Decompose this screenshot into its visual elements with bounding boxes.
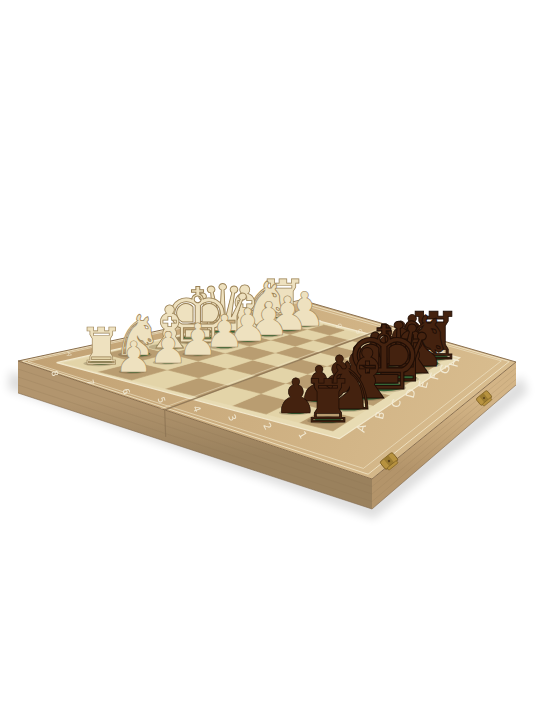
piece-white-pawn-a7: ♟ — [115, 332, 153, 382]
svg-text:♟: ♟ — [115, 332, 153, 382]
piece-black-rook-a1: ♜ — [301, 367, 354, 436]
svg-text:♜: ♜ — [301, 367, 354, 436]
svg-text:♟: ♟ — [148, 323, 187, 373]
piece-white-pawn-b7: ♟ — [148, 323, 187, 373]
chess-set-product-photo: AABBCCDDEEFFGGHH1122334455667788♜♞♟♝♟♛♟♚… — [0, 0, 540, 720]
chess-board-scene: AABBCCDDEEFFGGHH1122334455667788♜♞♟♝♟♛♟♚… — [0, 0, 540, 720]
